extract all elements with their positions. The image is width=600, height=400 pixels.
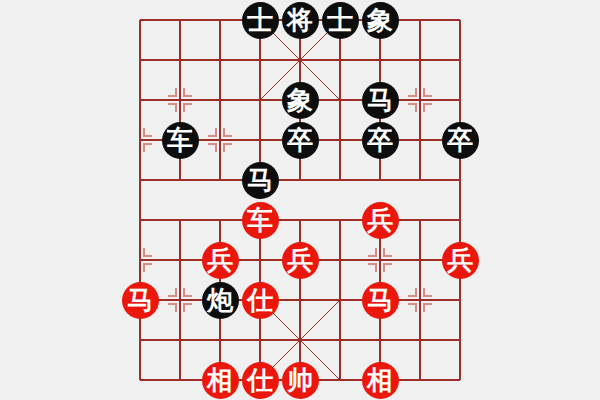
piece-red-elephant[interactable]: 相 (362, 362, 399, 399)
piece-black-chariot[interactable]: 车 (162, 122, 199, 159)
piece-black-advisor[interactable]: 士 (322, 2, 359, 39)
piece-red-pawn[interactable]: 兵 (202, 242, 239, 279)
piece-black-pawn[interactable]: 卒 (362, 122, 399, 159)
board-intersections[interactable]: 士将士象象马车卒卒卒马炮车兵兵兵兵马仕马相仕帅相 (120, 0, 480, 400)
piece-red-horse[interactable]: 马 (362, 282, 399, 319)
piece-red-pawn[interactable]: 兵 (362, 202, 399, 239)
piece-black-pawn[interactable]: 卒 (442, 122, 479, 159)
piece-black-pawn[interactable]: 卒 (282, 122, 319, 159)
piece-black-horse[interactable]: 马 (242, 162, 279, 199)
piece-red-advisor[interactable]: 仕 (242, 282, 279, 319)
xiangqi-board: 士将士象象马车卒卒卒马炮车兵兵兵兵马仕马相仕帅相 (0, 0, 600, 400)
piece-black-advisor[interactable]: 士 (242, 2, 279, 39)
piece-black-elephant[interactable]: 象 (282, 82, 319, 119)
piece-black-horse[interactable]: 马 (362, 82, 399, 119)
piece-red-chariot[interactable]: 车 (242, 202, 279, 239)
piece-red-advisor[interactable]: 仕 (242, 362, 279, 399)
piece-black-cannon[interactable]: 炮 (202, 282, 239, 319)
piece-black-elephant[interactable]: 象 (362, 2, 399, 39)
piece-red-elephant[interactable]: 相 (202, 362, 239, 399)
piece-red-general[interactable]: 帅 (282, 362, 319, 399)
piece-red-pawn[interactable]: 兵 (282, 242, 319, 279)
piece-red-horse[interactable]: 马 (122, 282, 159, 319)
piece-black-general[interactable]: 将 (282, 2, 319, 39)
piece-red-pawn[interactable]: 兵 (442, 242, 479, 279)
